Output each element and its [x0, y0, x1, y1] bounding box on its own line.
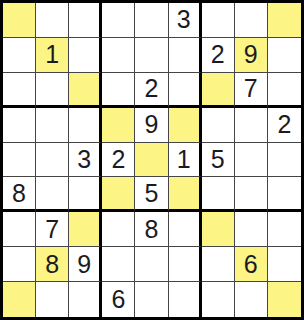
- cell-r3c2[interactable]: [36, 73, 69, 108]
- cell-r2c3[interactable]: [69, 38, 102, 73]
- cell-r8c8[interactable]: 6: [235, 247, 268, 282]
- cell-r6c7[interactable]: [202, 177, 235, 212]
- cell-r5c6[interactable]: 1: [169, 143, 202, 178]
- cell-r4c5[interactable]: 9: [135, 108, 168, 143]
- cell-r9c2[interactable]: [36, 282, 69, 317]
- cell-r1c4[interactable]: [102, 3, 135, 38]
- cell-r3c5[interactable]: 2: [135, 73, 168, 108]
- cell-r8c1[interactable]: [3, 247, 36, 282]
- cell-r3c1[interactable]: [3, 73, 36, 108]
- cell-r9c8[interactable]: [235, 282, 268, 317]
- cell-r2c1[interactable]: [3, 38, 36, 73]
- sudoku-board: 31292792321585788966: [0, 0, 304, 320]
- cell-r9c7[interactable]: [202, 282, 235, 317]
- cell-r8c4[interactable]: [102, 247, 135, 282]
- cell-r5c2[interactable]: [36, 143, 69, 178]
- cell-r8c2[interactable]: 8: [36, 247, 69, 282]
- cell-r9c9[interactable]: [268, 282, 301, 317]
- cell-r1c8[interactable]: [235, 3, 268, 38]
- cell-r8c3[interactable]: 9: [69, 247, 102, 282]
- cell-r6c1[interactable]: 8: [3, 177, 36, 212]
- cell-r5c9[interactable]: [268, 143, 301, 178]
- cell-r4c4[interactable]: [102, 108, 135, 143]
- cell-r9c4[interactable]: 6: [102, 282, 135, 317]
- cell-r8c9[interactable]: [268, 247, 301, 282]
- cell-r6c5[interactable]: 5: [135, 177, 168, 212]
- cell-r5c8[interactable]: [235, 143, 268, 178]
- cell-r4c2[interactable]: [36, 108, 69, 143]
- cell-r4c7[interactable]: [202, 108, 235, 143]
- cell-r5c4[interactable]: 2: [102, 143, 135, 178]
- cell-r1c1[interactable]: [3, 3, 36, 38]
- cell-r7c8[interactable]: [235, 212, 268, 247]
- cell-r8c6[interactable]: [169, 247, 202, 282]
- cell-r3c8[interactable]: 7: [235, 73, 268, 108]
- cell-r1c2[interactable]: [36, 3, 69, 38]
- cell-r2c7[interactable]: 2: [202, 38, 235, 73]
- cell-r8c7[interactable]: [202, 247, 235, 282]
- cell-r6c8[interactable]: [235, 177, 268, 212]
- cell-r5c5[interactable]: [135, 143, 168, 178]
- cell-r6c9[interactable]: [268, 177, 301, 212]
- cell-r6c6[interactable]: [169, 177, 202, 212]
- cell-r2c4[interactable]: [102, 38, 135, 73]
- cell-r2c2[interactable]: 1: [36, 38, 69, 73]
- cell-r7c2[interactable]: 7: [36, 212, 69, 247]
- cell-r5c3[interactable]: 3: [69, 143, 102, 178]
- cell-r2c6[interactable]: [169, 38, 202, 73]
- cell-r6c4[interactable]: [102, 177, 135, 212]
- cell-r9c6[interactable]: [169, 282, 202, 317]
- cell-r5c1[interactable]: [3, 143, 36, 178]
- cell-r3c4[interactable]: [102, 73, 135, 108]
- cell-r5c7[interactable]: 5: [202, 143, 235, 178]
- cell-r3c3[interactable]: [69, 73, 102, 108]
- cell-r7c1[interactable]: [3, 212, 36, 247]
- cell-r7c5[interactable]: 8: [135, 212, 168, 247]
- cell-r9c1[interactable]: [3, 282, 36, 317]
- cell-r7c3[interactable]: [69, 212, 102, 247]
- cell-r1c7[interactable]: [202, 3, 235, 38]
- cell-r1c3[interactable]: [69, 3, 102, 38]
- cell-r1c9[interactable]: [268, 3, 301, 38]
- cell-r3c6[interactable]: [169, 73, 202, 108]
- cell-r6c3[interactable]: [69, 177, 102, 212]
- cell-r4c1[interactable]: [3, 108, 36, 143]
- cell-r9c3[interactable]: [69, 282, 102, 317]
- cell-r4c8[interactable]: [235, 108, 268, 143]
- cell-r3c7[interactable]: [202, 73, 235, 108]
- cell-r3c9[interactable]: [268, 73, 301, 108]
- cell-r2c5[interactable]: [135, 38, 168, 73]
- cell-r7c7[interactable]: [202, 212, 235, 247]
- cell-r4c3[interactable]: [69, 108, 102, 143]
- cell-r4c9[interactable]: 2: [268, 108, 301, 143]
- cell-r4c6[interactable]: [169, 108, 202, 143]
- cell-r1c5[interactable]: [135, 3, 168, 38]
- cell-r1c6[interactable]: 3: [169, 3, 202, 38]
- cell-r2c8[interactable]: 9: [235, 38, 268, 73]
- cell-r8c5[interactable]: [135, 247, 168, 282]
- cell-r9c5[interactable]: [135, 282, 168, 317]
- cell-r2c9[interactable]: [268, 38, 301, 73]
- cell-r7c6[interactable]: [169, 212, 202, 247]
- cell-r7c9[interactable]: [268, 212, 301, 247]
- cell-r6c2[interactable]: [36, 177, 69, 212]
- cell-r7c4[interactable]: [102, 212, 135, 247]
